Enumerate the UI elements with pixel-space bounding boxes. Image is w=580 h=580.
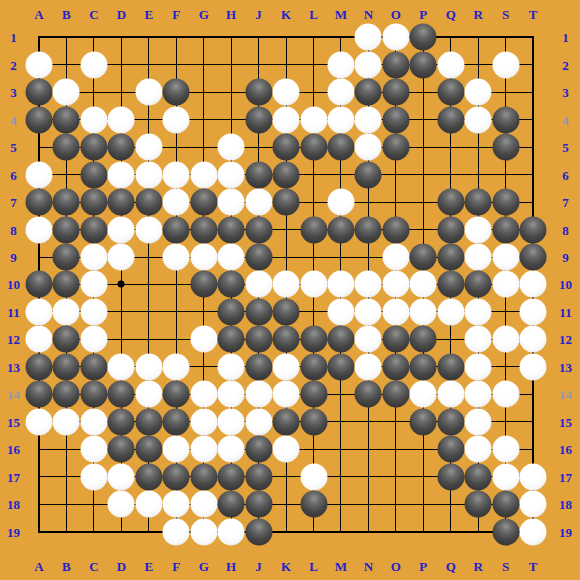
point-A18[interactable] <box>26 491 53 518</box>
point-A13[interactable] <box>26 353 53 380</box>
point-E10[interactable] <box>135 271 162 298</box>
point-F14[interactable] <box>163 381 190 408</box>
point-C2[interactable] <box>80 51 107 78</box>
point-H14[interactable] <box>218 381 245 408</box>
point-R8[interactable] <box>465 216 492 243</box>
point-R2[interactable] <box>465 51 492 78</box>
point-E2[interactable] <box>135 51 162 78</box>
point-G4[interactable] <box>190 106 217 133</box>
point-A12[interactable] <box>26 326 53 353</box>
point-P8[interactable] <box>410 216 437 243</box>
point-Q15[interactable] <box>437 408 464 435</box>
point-A16[interactable] <box>26 436 53 463</box>
point-K1[interactable] <box>273 24 300 51</box>
point-H11[interactable] <box>218 298 245 325</box>
point-G3[interactable] <box>190 79 217 106</box>
point-K13[interactable] <box>273 353 300 380</box>
point-G9[interactable] <box>190 244 217 271</box>
point-M3[interactable] <box>327 79 354 106</box>
point-F4[interactable] <box>163 106 190 133</box>
point-J3[interactable] <box>245 79 272 106</box>
point-N9[interactable] <box>355 244 382 271</box>
point-F10[interactable] <box>163 271 190 298</box>
point-B3[interactable] <box>53 79 80 106</box>
point-N15[interactable] <box>355 408 382 435</box>
point-N13[interactable] <box>355 353 382 380</box>
point-P15[interactable] <box>410 408 437 435</box>
point-F1[interactable] <box>163 24 190 51</box>
point-N16[interactable] <box>355 436 382 463</box>
point-A8[interactable] <box>26 216 53 243</box>
point-S1[interactable] <box>492 24 519 51</box>
point-K14[interactable] <box>273 381 300 408</box>
point-A9[interactable] <box>26 244 53 271</box>
point-P1[interactable] <box>410 24 437 51</box>
point-M11[interactable] <box>327 298 354 325</box>
point-E13[interactable] <box>135 353 162 380</box>
point-S11[interactable] <box>492 298 519 325</box>
point-H6[interactable] <box>218 161 245 188</box>
point-N1[interactable] <box>355 24 382 51</box>
point-H15[interactable] <box>218 408 245 435</box>
point-R9[interactable] <box>465 244 492 271</box>
point-K12[interactable] <box>273 326 300 353</box>
point-L16[interactable] <box>300 436 327 463</box>
point-L13[interactable] <box>300 353 327 380</box>
point-E19[interactable] <box>135 518 162 545</box>
point-C15[interactable] <box>80 408 107 435</box>
point-P13[interactable] <box>410 353 437 380</box>
point-Q17[interactable] <box>437 463 464 490</box>
point-D5[interactable] <box>108 134 135 161</box>
point-J19[interactable] <box>245 518 272 545</box>
point-S19[interactable] <box>492 518 519 545</box>
point-M10[interactable] <box>327 271 354 298</box>
point-T16[interactable] <box>520 436 547 463</box>
point-K18[interactable] <box>273 491 300 518</box>
point-H5[interactable] <box>218 134 245 161</box>
point-E15[interactable] <box>135 408 162 435</box>
point-R5[interactable] <box>465 134 492 161</box>
point-E1[interactable] <box>135 24 162 51</box>
point-B15[interactable] <box>53 408 80 435</box>
point-Q10[interactable] <box>437 271 464 298</box>
point-H3[interactable] <box>218 79 245 106</box>
point-B7[interactable] <box>53 189 80 216</box>
point-G10[interactable] <box>190 271 217 298</box>
point-S14[interactable] <box>492 381 519 408</box>
point-E3[interactable] <box>135 79 162 106</box>
point-J16[interactable] <box>245 436 272 463</box>
point-E12[interactable] <box>135 326 162 353</box>
point-A5[interactable] <box>26 134 53 161</box>
point-Q8[interactable] <box>437 216 464 243</box>
point-Q1[interactable] <box>437 24 464 51</box>
point-D13[interactable] <box>108 353 135 380</box>
point-M15[interactable] <box>327 408 354 435</box>
point-A15[interactable] <box>26 408 53 435</box>
point-A6[interactable] <box>26 161 53 188</box>
point-J14[interactable] <box>245 381 272 408</box>
point-J6[interactable] <box>245 161 272 188</box>
point-T5[interactable] <box>520 134 547 161</box>
point-B5[interactable] <box>53 134 80 161</box>
point-K9[interactable] <box>273 244 300 271</box>
point-R1[interactable] <box>465 24 492 51</box>
point-E11[interactable] <box>135 298 162 325</box>
point-D1[interactable] <box>108 24 135 51</box>
point-A19[interactable] <box>26 518 53 545</box>
point-P5[interactable] <box>410 134 437 161</box>
point-T3[interactable] <box>520 79 547 106</box>
point-P19[interactable] <box>410 518 437 545</box>
point-Q16[interactable] <box>437 436 464 463</box>
point-B14[interactable] <box>53 381 80 408</box>
point-Q5[interactable] <box>437 134 464 161</box>
point-J1[interactable] <box>245 24 272 51</box>
point-A4[interactable] <box>26 106 53 133</box>
point-G11[interactable] <box>190 298 217 325</box>
point-D14[interactable] <box>108 381 135 408</box>
point-R14[interactable] <box>465 381 492 408</box>
point-K6[interactable] <box>273 161 300 188</box>
point-D11[interactable] <box>108 298 135 325</box>
point-J2[interactable] <box>245 51 272 78</box>
point-J18[interactable] <box>245 491 272 518</box>
point-O16[interactable] <box>382 436 409 463</box>
point-O1[interactable] <box>382 24 409 51</box>
point-O4[interactable] <box>382 106 409 133</box>
point-K10[interactable] <box>273 271 300 298</box>
point-O10[interactable] <box>382 271 409 298</box>
point-Q18[interactable] <box>437 491 464 518</box>
point-H13[interactable] <box>218 353 245 380</box>
point-G15[interactable] <box>190 408 217 435</box>
point-T9[interactable] <box>520 244 547 271</box>
point-B16[interactable] <box>53 436 80 463</box>
point-L14[interactable] <box>300 381 327 408</box>
point-D2[interactable] <box>108 51 135 78</box>
point-F13[interactable] <box>163 353 190 380</box>
point-B17[interactable] <box>53 463 80 490</box>
point-D8[interactable] <box>108 216 135 243</box>
point-P12[interactable] <box>410 326 437 353</box>
point-P4[interactable] <box>410 106 437 133</box>
point-G1[interactable] <box>190 24 217 51</box>
point-C14[interactable] <box>80 381 107 408</box>
point-H10[interactable] <box>218 271 245 298</box>
point-Q9[interactable] <box>437 244 464 271</box>
point-O18[interactable] <box>382 491 409 518</box>
point-K3[interactable] <box>273 79 300 106</box>
point-N14[interactable] <box>355 381 382 408</box>
point-P9[interactable] <box>410 244 437 271</box>
point-A11[interactable] <box>26 298 53 325</box>
point-H16[interactable] <box>218 436 245 463</box>
point-F2[interactable] <box>163 51 190 78</box>
point-B2[interactable] <box>53 51 80 78</box>
point-S16[interactable] <box>492 436 519 463</box>
point-L15[interactable] <box>300 408 327 435</box>
point-L12[interactable] <box>300 326 327 353</box>
point-M12[interactable] <box>327 326 354 353</box>
point-D7[interactable] <box>108 189 135 216</box>
point-P16[interactable] <box>410 436 437 463</box>
point-S8[interactable] <box>492 216 519 243</box>
point-T15[interactable] <box>520 408 547 435</box>
point-S12[interactable] <box>492 326 519 353</box>
point-B8[interactable] <box>53 216 80 243</box>
point-C8[interactable] <box>80 216 107 243</box>
point-C18[interactable] <box>80 491 107 518</box>
point-E5[interactable] <box>135 134 162 161</box>
point-M19[interactable] <box>327 518 354 545</box>
point-O5[interactable] <box>382 134 409 161</box>
point-Q7[interactable] <box>437 189 464 216</box>
point-D4[interactable] <box>108 106 135 133</box>
point-E16[interactable] <box>135 436 162 463</box>
point-N19[interactable] <box>355 518 382 545</box>
point-R16[interactable] <box>465 436 492 463</box>
point-J15[interactable] <box>245 408 272 435</box>
point-N2[interactable] <box>355 51 382 78</box>
point-M1[interactable] <box>327 24 354 51</box>
point-O19[interactable] <box>382 518 409 545</box>
point-C3[interactable] <box>80 79 107 106</box>
point-K4[interactable] <box>273 106 300 133</box>
point-N17[interactable] <box>355 463 382 490</box>
point-P18[interactable] <box>410 491 437 518</box>
point-M9[interactable] <box>327 244 354 271</box>
point-M18[interactable] <box>327 491 354 518</box>
point-S6[interactable] <box>492 161 519 188</box>
point-R12[interactable] <box>465 326 492 353</box>
point-C9[interactable] <box>80 244 107 271</box>
point-B1[interactable] <box>53 24 80 51</box>
point-L9[interactable] <box>300 244 327 271</box>
point-T4[interactable] <box>520 106 547 133</box>
point-O14[interactable] <box>382 381 409 408</box>
point-D17[interactable] <box>108 463 135 490</box>
point-N4[interactable] <box>355 106 382 133</box>
point-J4[interactable] <box>245 106 272 133</box>
point-F3[interactable] <box>163 79 190 106</box>
point-N8[interactable] <box>355 216 382 243</box>
point-H12[interactable] <box>218 326 245 353</box>
point-F8[interactable] <box>163 216 190 243</box>
point-G8[interactable] <box>190 216 217 243</box>
point-D19[interactable] <box>108 518 135 545</box>
point-D12[interactable] <box>108 326 135 353</box>
point-C5[interactable] <box>80 134 107 161</box>
point-P2[interactable] <box>410 51 437 78</box>
point-J5[interactable] <box>245 134 272 161</box>
point-P14[interactable] <box>410 381 437 408</box>
point-L11[interactable] <box>300 298 327 325</box>
point-J9[interactable] <box>245 244 272 271</box>
point-K5[interactable] <box>273 134 300 161</box>
point-A3[interactable] <box>26 79 53 106</box>
point-E7[interactable] <box>135 189 162 216</box>
point-C13[interactable] <box>80 353 107 380</box>
point-F7[interactable] <box>163 189 190 216</box>
point-P3[interactable] <box>410 79 437 106</box>
point-C1[interactable] <box>80 24 107 51</box>
point-B19[interactable] <box>53 518 80 545</box>
point-M2[interactable] <box>327 51 354 78</box>
point-M5[interactable] <box>327 134 354 161</box>
point-Q19[interactable] <box>437 518 464 545</box>
point-N5[interactable] <box>355 134 382 161</box>
point-C10[interactable] <box>80 271 107 298</box>
point-B4[interactable] <box>53 106 80 133</box>
point-F19[interactable] <box>163 518 190 545</box>
point-A10[interactable] <box>26 271 53 298</box>
point-L3[interactable] <box>300 79 327 106</box>
point-G17[interactable] <box>190 463 217 490</box>
point-L19[interactable] <box>300 518 327 545</box>
point-T2[interactable] <box>520 51 547 78</box>
point-G12[interactable] <box>190 326 217 353</box>
point-A7[interactable] <box>26 189 53 216</box>
point-S17[interactable] <box>492 463 519 490</box>
point-F15[interactable] <box>163 408 190 435</box>
point-C6[interactable] <box>80 161 107 188</box>
point-H9[interactable] <box>218 244 245 271</box>
point-T1[interactable] <box>520 24 547 51</box>
point-T17[interactable] <box>520 463 547 490</box>
point-M8[interactable] <box>327 216 354 243</box>
point-D18[interactable] <box>108 491 135 518</box>
point-G7[interactable] <box>190 189 217 216</box>
point-H7[interactable] <box>218 189 245 216</box>
point-L2[interactable] <box>300 51 327 78</box>
point-Q2[interactable] <box>437 51 464 78</box>
point-L10[interactable] <box>300 271 327 298</box>
point-E6[interactable] <box>135 161 162 188</box>
point-Q13[interactable] <box>437 353 464 380</box>
point-F12[interactable] <box>163 326 190 353</box>
point-J8[interactable] <box>245 216 272 243</box>
point-D16[interactable] <box>108 436 135 463</box>
point-S5[interactable] <box>492 134 519 161</box>
point-M16[interactable] <box>327 436 354 463</box>
point-G13[interactable] <box>190 353 217 380</box>
point-P17[interactable] <box>410 463 437 490</box>
point-R4[interactable] <box>465 106 492 133</box>
point-E9[interactable] <box>135 244 162 271</box>
point-R15[interactable] <box>465 408 492 435</box>
point-A17[interactable] <box>26 463 53 490</box>
point-D10[interactable] <box>108 271 135 298</box>
point-S3[interactable] <box>492 79 519 106</box>
point-R11[interactable] <box>465 298 492 325</box>
point-L8[interactable] <box>300 216 327 243</box>
point-E14[interactable] <box>135 381 162 408</box>
point-B18[interactable] <box>53 491 80 518</box>
point-G16[interactable] <box>190 436 217 463</box>
point-O8[interactable] <box>382 216 409 243</box>
point-G6[interactable] <box>190 161 217 188</box>
point-S15[interactable] <box>492 408 519 435</box>
point-S13[interactable] <box>492 353 519 380</box>
point-O9[interactable] <box>382 244 409 271</box>
point-E8[interactable] <box>135 216 162 243</box>
point-O17[interactable] <box>382 463 409 490</box>
point-R19[interactable] <box>465 518 492 545</box>
point-F6[interactable] <box>163 161 190 188</box>
point-O12[interactable] <box>382 326 409 353</box>
point-O2[interactable] <box>382 51 409 78</box>
point-R13[interactable] <box>465 353 492 380</box>
point-D3[interactable] <box>108 79 135 106</box>
point-H18[interactable] <box>218 491 245 518</box>
point-O3[interactable] <box>382 79 409 106</box>
point-A2[interactable] <box>26 51 53 78</box>
point-L5[interactable] <box>300 134 327 161</box>
point-J13[interactable] <box>245 353 272 380</box>
point-C11[interactable] <box>80 298 107 325</box>
point-M17[interactable] <box>327 463 354 490</box>
point-F11[interactable] <box>163 298 190 325</box>
point-K19[interactable] <box>273 518 300 545</box>
point-K2[interactable] <box>273 51 300 78</box>
point-Q4[interactable] <box>437 106 464 133</box>
point-F17[interactable] <box>163 463 190 490</box>
point-Q6[interactable] <box>437 161 464 188</box>
point-G2[interactable] <box>190 51 217 78</box>
point-P6[interactable] <box>410 161 437 188</box>
point-M7[interactable] <box>327 189 354 216</box>
point-E18[interactable] <box>135 491 162 518</box>
point-T8[interactable] <box>520 216 547 243</box>
point-T18[interactable] <box>520 491 547 518</box>
point-B12[interactable] <box>53 326 80 353</box>
point-H19[interactable] <box>218 518 245 545</box>
point-K17[interactable] <box>273 463 300 490</box>
point-O7[interactable] <box>382 189 409 216</box>
point-K16[interactable] <box>273 436 300 463</box>
point-O11[interactable] <box>382 298 409 325</box>
point-T10[interactable] <box>520 271 547 298</box>
point-A1[interactable] <box>26 24 53 51</box>
point-R10[interactable] <box>465 271 492 298</box>
point-Q11[interactable] <box>437 298 464 325</box>
point-K15[interactable] <box>273 408 300 435</box>
point-F9[interactable] <box>163 244 190 271</box>
point-B10[interactable] <box>53 271 80 298</box>
point-B9[interactable] <box>53 244 80 271</box>
point-L1[interactable] <box>300 24 327 51</box>
point-N6[interactable] <box>355 161 382 188</box>
point-M14[interactable] <box>327 381 354 408</box>
point-T19[interactable] <box>520 518 547 545</box>
point-C17[interactable] <box>80 463 107 490</box>
point-B6[interactable] <box>53 161 80 188</box>
point-M13[interactable] <box>327 353 354 380</box>
point-S4[interactable] <box>492 106 519 133</box>
point-H1[interactable] <box>218 24 245 51</box>
point-G14[interactable] <box>190 381 217 408</box>
point-Q3[interactable] <box>437 79 464 106</box>
point-T7[interactable] <box>520 189 547 216</box>
point-S10[interactable] <box>492 271 519 298</box>
point-B11[interactable] <box>53 298 80 325</box>
point-J17[interactable] <box>245 463 272 490</box>
point-Q14[interactable] <box>437 381 464 408</box>
point-A14[interactable] <box>26 381 53 408</box>
go-board[interactable]: AABBCCDDEEFFGGHHJJKKLLMMNNOOPPQQRRSSTT11… <box>0 0 580 580</box>
